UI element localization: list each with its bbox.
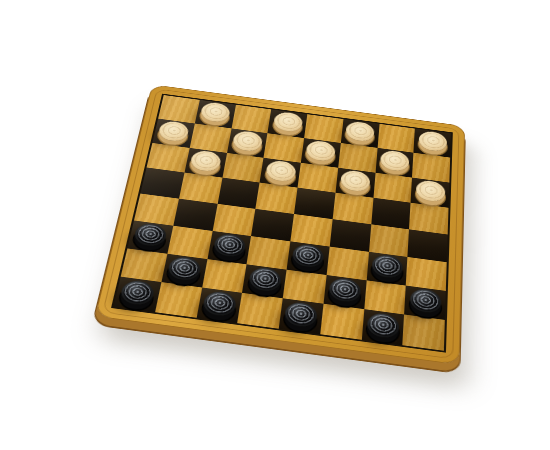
checker-dark[interactable] xyxy=(133,222,168,248)
checker-dark[interactable] xyxy=(212,233,246,259)
checker-light[interactable] xyxy=(189,149,222,172)
checker-light[interactable] xyxy=(158,120,191,143)
square-r8c1[interactable] xyxy=(114,277,162,312)
checker-light[interactable] xyxy=(200,102,232,124)
photo-background xyxy=(0,0,550,450)
checker-light[interactable] xyxy=(340,169,371,193)
playing-grid xyxy=(111,94,453,353)
checker-light[interactable] xyxy=(272,111,303,133)
square-r8c7[interactable] xyxy=(361,309,404,345)
checker-dark[interactable] xyxy=(371,254,403,280)
checker-dark[interactable] xyxy=(366,311,399,339)
checker-light[interactable] xyxy=(232,130,264,153)
checkers-board xyxy=(95,84,465,365)
square-r8c6 xyxy=(320,304,364,340)
checker-dark[interactable] xyxy=(284,301,318,329)
checker-dark[interactable] xyxy=(328,277,361,304)
checker-dark[interactable] xyxy=(202,290,238,317)
checker-light[interactable] xyxy=(415,179,445,203)
checker-light[interactable] xyxy=(306,140,337,163)
checker-dark[interactable] xyxy=(292,243,325,269)
square-r8c2 xyxy=(155,282,202,317)
checker-light[interactable] xyxy=(418,130,447,152)
checker-dark[interactable] xyxy=(248,266,282,293)
square-r8c3[interactable] xyxy=(196,288,242,324)
checker-light[interactable] xyxy=(265,159,297,182)
square-r8c5[interactable] xyxy=(279,298,324,334)
checker-light[interactable] xyxy=(380,149,410,172)
square-r8c4 xyxy=(237,293,282,329)
checker-dark[interactable] xyxy=(119,279,156,306)
square-r8c8 xyxy=(403,315,445,351)
checker-dark[interactable] xyxy=(409,287,441,314)
checker-dark[interactable] xyxy=(167,255,202,281)
checker-light[interactable] xyxy=(345,121,375,143)
